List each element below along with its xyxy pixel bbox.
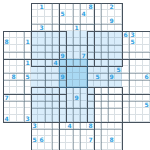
- sudoku-cell[interactable]: [94, 143, 101, 150]
- sudoku-cell[interactable]: [122, 108, 129, 115]
- sudoku-cell[interactable]: [3, 73, 10, 80]
- sudoku-cell[interactable]: [101, 17, 108, 24]
- sudoku-cell[interactable]: [17, 87, 24, 94]
- sudoku-cell[interactable]: [38, 115, 45, 122]
- sudoku-cell[interactable]: [108, 108, 115, 115]
- sudoku-cell[interactable]: [31, 136, 38, 143]
- sudoku-cell[interactable]: [122, 38, 129, 45]
- sudoku-cell[interactable]: [45, 101, 52, 108]
- sudoku-cell[interactable]: [115, 45, 122, 52]
- sudoku-cell[interactable]: [10, 115, 17, 122]
- sudoku-cell[interactable]: [59, 10, 66, 17]
- sudoku-cell[interactable]: [73, 66, 80, 73]
- sudoku-cell[interactable]: [129, 52, 136, 59]
- sudoku-cell[interactable]: [38, 143, 45, 150]
- sudoku-cell[interactable]: [143, 101, 150, 108]
- sudoku-cell[interactable]: [115, 87, 122, 94]
- sudoku-cell[interactable]: [143, 66, 150, 73]
- sudoku-cell[interactable]: [136, 94, 143, 101]
- sudoku-cell[interactable]: [136, 73, 143, 80]
- sudoku-cell[interactable]: [101, 115, 108, 122]
- sudoku-cell[interactable]: [17, 45, 24, 52]
- sudoku-cell[interactable]: [94, 45, 101, 52]
- sudoku-cell[interactable]: [45, 87, 52, 94]
- sudoku-cell[interactable]: [45, 3, 52, 10]
- sudoku-cell[interactable]: [129, 73, 136, 80]
- sudoku-cell[interactable]: [136, 31, 143, 38]
- sudoku-cell[interactable]: [59, 143, 66, 150]
- sudoku-cell[interactable]: [45, 115, 52, 122]
- sudoku-cell[interactable]: [115, 10, 122, 17]
- sudoku-cell[interactable]: [66, 17, 73, 24]
- sudoku-cell[interactable]: [94, 80, 101, 87]
- sudoku-cell[interactable]: [80, 73, 87, 80]
- sudoku-cell[interactable]: [45, 66, 52, 73]
- sudoku-cell[interactable]: [45, 10, 52, 17]
- sudoku-cell[interactable]: [66, 108, 73, 115]
- sudoku-cell[interactable]: [31, 3, 38, 10]
- sudoku-cell[interactable]: [87, 59, 94, 66]
- sudoku-cell[interactable]: [73, 45, 80, 52]
- sudoku-cell[interactable]: [108, 94, 115, 101]
- sudoku-cell[interactable]: [59, 87, 66, 94]
- sudoku-cell[interactable]: [38, 38, 45, 45]
- sudoku-cell[interactable]: [143, 73, 150, 80]
- sudoku-cell[interactable]: [101, 122, 108, 129]
- sudoku-cell[interactable]: [87, 10, 94, 17]
- sudoku-cell[interactable]: [73, 3, 80, 10]
- sudoku-cell[interactable]: [59, 115, 66, 122]
- sudoku-cell[interactable]: [52, 59, 59, 66]
- sudoku-cell[interactable]: [59, 73, 66, 80]
- sudoku-cell[interactable]: [94, 129, 101, 136]
- sudoku-cell[interactable]: [108, 73, 115, 80]
- sudoku-cell[interactable]: [136, 38, 143, 45]
- sudoku-cell[interactable]: [66, 101, 73, 108]
- sudoku-cell[interactable]: [143, 108, 150, 115]
- sudoku-cell[interactable]: [94, 115, 101, 122]
- sudoku-cell[interactable]: [24, 101, 31, 108]
- sudoku-cell[interactable]: [101, 94, 108, 101]
- sudoku-cell[interactable]: [94, 24, 101, 31]
- sudoku-cell[interactable]: [31, 45, 38, 52]
- sudoku-cell[interactable]: [45, 45, 52, 52]
- sudoku-cell[interactable]: [52, 10, 59, 17]
- sudoku-cell[interactable]: [31, 108, 38, 115]
- sudoku-cell[interactable]: [66, 115, 73, 122]
- sudoku-cell[interactable]: [87, 101, 94, 108]
- sudoku-cell[interactable]: [38, 73, 45, 80]
- sudoku-cell[interactable]: [122, 94, 129, 101]
- sudoku-cell[interactable]: [122, 52, 129, 59]
- sudoku-cell[interactable]: [59, 66, 66, 73]
- sudoku-cell[interactable]: [17, 38, 24, 45]
- sudoku-cell[interactable]: [143, 80, 150, 87]
- sudoku-cell[interactable]: [136, 101, 143, 108]
- sudoku-cell[interactable]: [3, 31, 10, 38]
- sudoku-cell[interactable]: [73, 87, 80, 94]
- sudoku-cell[interactable]: [59, 108, 66, 115]
- sudoku-cell[interactable]: [52, 108, 59, 115]
- sudoku-cell[interactable]: [38, 66, 45, 73]
- sudoku-cell[interactable]: [17, 66, 24, 73]
- sudoku-cell[interactable]: [52, 115, 59, 122]
- sudoku-cell[interactable]: [143, 115, 150, 122]
- sudoku-cell[interactable]: [17, 108, 24, 115]
- sudoku-cell[interactable]: [66, 129, 73, 136]
- sudoku-cell[interactable]: [94, 87, 101, 94]
- sudoku-cell[interactable]: [31, 101, 38, 108]
- sudoku-cell[interactable]: [108, 87, 115, 94]
- sudoku-cell[interactable]: [101, 129, 108, 136]
- sudoku-cell[interactable]: [59, 52, 66, 59]
- sudoku-cell[interactable]: [52, 101, 59, 108]
- sudoku-cell[interactable]: [24, 108, 31, 115]
- sudoku-cell[interactable]: [45, 143, 52, 150]
- sudoku-cell[interactable]: [122, 59, 129, 66]
- sudoku-cell[interactable]: [115, 108, 122, 115]
- sudoku-cell[interactable]: [129, 101, 136, 108]
- sudoku-cell[interactable]: [66, 52, 73, 59]
- sudoku-cell[interactable]: [52, 66, 59, 73]
- sudoku-cell[interactable]: [31, 17, 38, 24]
- sudoku-cell[interactable]: [45, 80, 52, 87]
- sudoku-cell[interactable]: [115, 38, 122, 45]
- sudoku-cell[interactable]: [10, 38, 17, 45]
- sudoku-cell[interactable]: [136, 66, 143, 73]
- sudoku-cell[interactable]: [136, 80, 143, 87]
- sudoku-cell[interactable]: [80, 122, 87, 129]
- sudoku-cell[interactable]: [66, 94, 73, 101]
- sudoku-cell[interactable]: [38, 45, 45, 52]
- sudoku-cell[interactable]: [136, 115, 143, 122]
- sudoku-cell[interactable]: [73, 143, 80, 150]
- sudoku-cell[interactable]: [108, 38, 115, 45]
- sudoku-cell[interactable]: [143, 59, 150, 66]
- sudoku-cell[interactable]: [115, 115, 122, 122]
- sudoku-cell[interactable]: [66, 80, 73, 87]
- sudoku-cell[interactable]: [80, 94, 87, 101]
- sudoku-cell[interactable]: [17, 94, 24, 101]
- sudoku-cell[interactable]: [45, 129, 52, 136]
- sudoku-cell[interactable]: [122, 101, 129, 108]
- sudoku-cell[interactable]: [143, 94, 150, 101]
- sudoku-cell[interactable]: [17, 101, 24, 108]
- sudoku-cell[interactable]: [101, 101, 108, 108]
- sudoku-cell[interactable]: [94, 94, 101, 101]
- sudoku-cell[interactable]: [59, 3, 66, 10]
- sudoku-cell[interactable]: [108, 24, 115, 31]
- sudoku-cell[interactable]: [59, 94, 66, 101]
- sudoku-cell[interactable]: [122, 31, 129, 38]
- sudoku-cell[interactable]: [31, 115, 38, 122]
- sudoku-cell[interactable]: [52, 24, 59, 31]
- sudoku-cell[interactable]: [17, 115, 24, 122]
- sudoku-cell[interactable]: [52, 3, 59, 10]
- sudoku-cell[interactable]: [80, 45, 87, 52]
- sudoku-cell[interactable]: [87, 115, 94, 122]
- sudoku-cell[interactable]: [129, 59, 136, 66]
- sudoku-cell[interactable]: [129, 66, 136, 73]
- sudoku-cell[interactable]: [59, 101, 66, 108]
- sudoku-cell[interactable]: [66, 10, 73, 17]
- sudoku-cell[interactable]: [45, 38, 52, 45]
- sudoku-cell[interactable]: [108, 31, 115, 38]
- sudoku-cell[interactable]: [10, 31, 17, 38]
- sudoku-cell[interactable]: [108, 52, 115, 59]
- sudoku-cell[interactable]: [38, 52, 45, 59]
- sudoku-cell[interactable]: [80, 17, 87, 24]
- sudoku-cell[interactable]: [122, 87, 129, 94]
- sudoku-cell[interactable]: [122, 80, 129, 87]
- sudoku-cell[interactable]: [38, 3, 45, 10]
- sudoku-cell[interactable]: [73, 73, 80, 80]
- sudoku-cell[interactable]: [31, 80, 38, 87]
- sudoku-cell[interactable]: [66, 59, 73, 66]
- sudoku-cell[interactable]: [136, 87, 143, 94]
- sudoku-cell[interactable]: [101, 31, 108, 38]
- sudoku-cell[interactable]: [101, 3, 108, 10]
- sudoku-cell[interactable]: [38, 10, 45, 17]
- sudoku-cell[interactable]: [122, 45, 129, 52]
- sudoku-cell[interactable]: [80, 115, 87, 122]
- sudoku-cell[interactable]: [80, 31, 87, 38]
- sudoku-cell[interactable]: [73, 59, 80, 66]
- sudoku-cell[interactable]: [87, 80, 94, 87]
- sudoku-cell[interactable]: [80, 10, 87, 17]
- sudoku-cell[interactable]: [52, 136, 59, 143]
- sudoku-cell[interactable]: [143, 38, 150, 45]
- sudoku-cell[interactable]: [3, 87, 10, 94]
- sudoku-cell[interactable]: [80, 108, 87, 115]
- sudoku-cell[interactable]: [101, 10, 108, 17]
- sudoku-cell[interactable]: [38, 31, 45, 38]
- sudoku-cell[interactable]: [45, 136, 52, 143]
- sudoku-cell[interactable]: [108, 45, 115, 52]
- sudoku-cell[interactable]: [17, 31, 24, 38]
- sudoku-cell[interactable]: [38, 129, 45, 136]
- sudoku-cell[interactable]: [94, 136, 101, 143]
- sudoku-cell[interactable]: [87, 45, 94, 52]
- sudoku-cell[interactable]: [129, 80, 136, 87]
- sudoku-cell[interactable]: [73, 38, 80, 45]
- sudoku-cell[interactable]: [10, 101, 17, 108]
- sudoku-cell[interactable]: [31, 31, 38, 38]
- sudoku-cell[interactable]: [94, 38, 101, 45]
- sudoku-cell[interactable]: [122, 66, 129, 73]
- sudoku-cell[interactable]: [115, 73, 122, 80]
- sudoku-cell[interactable]: [24, 94, 31, 101]
- sudoku-cell[interactable]: [31, 143, 38, 150]
- sudoku-cell[interactable]: [87, 24, 94, 31]
- sudoku-cell[interactable]: [3, 115, 10, 122]
- sudoku-cell[interactable]: [59, 17, 66, 24]
- sudoku-cell[interactable]: [80, 66, 87, 73]
- sudoku-cell[interactable]: [122, 73, 129, 80]
- sudoku-cell[interactable]: [80, 129, 87, 136]
- sudoku-cell[interactable]: [52, 87, 59, 94]
- sudoku-cell[interactable]: [143, 45, 150, 52]
- sudoku-cell[interactable]: [115, 136, 122, 143]
- sudoku-cell[interactable]: [52, 52, 59, 59]
- sudoku-cell[interactable]: [73, 108, 80, 115]
- sudoku-cell[interactable]: [115, 31, 122, 38]
- sudoku-cell[interactable]: [129, 38, 136, 45]
- sudoku-cell[interactable]: [3, 101, 10, 108]
- sudoku-cell[interactable]: [101, 80, 108, 87]
- sudoku-cell[interactable]: [45, 52, 52, 59]
- sudoku-cell[interactable]: [10, 52, 17, 59]
- sudoku-cell[interactable]: [115, 94, 122, 101]
- sudoku-cell[interactable]: [24, 52, 31, 59]
- sudoku-cell[interactable]: [24, 80, 31, 87]
- sudoku-cell[interactable]: [87, 87, 94, 94]
- sudoku-cell[interactable]: [24, 31, 31, 38]
- sudoku-cell[interactable]: [101, 87, 108, 94]
- sudoku-cell[interactable]: [73, 80, 80, 87]
- sudoku-cell[interactable]: [94, 52, 101, 59]
- sudoku-cell[interactable]: [59, 129, 66, 136]
- sudoku-cell[interactable]: [38, 17, 45, 24]
- sudoku-cell[interactable]: [52, 94, 59, 101]
- sudoku-cell[interactable]: [66, 87, 73, 94]
- sudoku-cell[interactable]: [108, 115, 115, 122]
- sudoku-cell[interactable]: [94, 17, 101, 24]
- sudoku-cell[interactable]: [80, 101, 87, 108]
- sudoku-cell[interactable]: [17, 73, 24, 80]
- sudoku-cell[interactable]: [101, 136, 108, 143]
- sudoku-cell[interactable]: [108, 10, 115, 17]
- sudoku-cell[interactable]: [94, 66, 101, 73]
- sudoku-cell[interactable]: [101, 59, 108, 66]
- sudoku-cell[interactable]: [45, 31, 52, 38]
- sudoku-cell[interactable]: [115, 3, 122, 10]
- sudoku-cell[interactable]: [108, 80, 115, 87]
- sudoku-cell[interactable]: [59, 24, 66, 31]
- sudoku-cell[interactable]: [24, 59, 31, 66]
- sudoku-cell[interactable]: [66, 45, 73, 52]
- sudoku-cell[interactable]: [136, 52, 143, 59]
- sudoku-cell[interactable]: [24, 73, 31, 80]
- sudoku-cell[interactable]: [115, 24, 122, 31]
- sudoku-cell[interactable]: [24, 87, 31, 94]
- sudoku-cell[interactable]: [108, 3, 115, 10]
- sudoku-cell[interactable]: [115, 52, 122, 59]
- sudoku-cell[interactable]: [73, 24, 80, 31]
- sudoku-cell[interactable]: [108, 129, 115, 136]
- sudoku-cell[interactable]: [101, 66, 108, 73]
- sudoku-cell[interactable]: [59, 80, 66, 87]
- sudoku-cell[interactable]: [115, 59, 122, 66]
- sudoku-cell[interactable]: [80, 143, 87, 150]
- sudoku-cell[interactable]: [136, 59, 143, 66]
- sudoku-cell[interactable]: [52, 80, 59, 87]
- sudoku-cell[interactable]: [87, 52, 94, 59]
- sudoku-cell[interactable]: [115, 129, 122, 136]
- sudoku-cell[interactable]: [115, 17, 122, 24]
- sudoku-cell[interactable]: [80, 80, 87, 87]
- sudoku-cell[interactable]: [24, 66, 31, 73]
- sudoku-cell[interactable]: [101, 143, 108, 150]
- sudoku-cell[interactable]: [108, 66, 115, 73]
- sudoku-cell[interactable]: [38, 80, 45, 87]
- sudoku-cell[interactable]: [115, 122, 122, 129]
- sudoku-cell[interactable]: [45, 73, 52, 80]
- sudoku-cell[interactable]: [66, 38, 73, 45]
- sudoku-cell[interactable]: [3, 94, 10, 101]
- sudoku-cell[interactable]: [101, 45, 108, 52]
- sudoku-cell[interactable]: [87, 17, 94, 24]
- sudoku-cell[interactable]: [94, 108, 101, 115]
- sudoku-cell[interactable]: [80, 87, 87, 94]
- sudoku-cell[interactable]: [73, 10, 80, 17]
- sudoku-cell[interactable]: [59, 45, 66, 52]
- sudoku-cell[interactable]: [66, 122, 73, 129]
- sudoku-cell[interactable]: [87, 136, 94, 143]
- sudoku-cell[interactable]: [10, 59, 17, 66]
- sudoku-cell[interactable]: [143, 52, 150, 59]
- sudoku-cell[interactable]: [38, 94, 45, 101]
- sudoku-cell[interactable]: [59, 136, 66, 143]
- sudoku-cell[interactable]: [45, 59, 52, 66]
- sudoku-cell[interactable]: [87, 108, 94, 115]
- sudoku-cell[interactable]: [66, 73, 73, 80]
- sudoku-cell[interactable]: [31, 87, 38, 94]
- sudoku-cell[interactable]: [73, 31, 80, 38]
- sudoku-cell[interactable]: [31, 66, 38, 73]
- sudoku-cell[interactable]: [80, 59, 87, 66]
- sudoku-cell[interactable]: [10, 94, 17, 101]
- sudoku-cell[interactable]: [87, 66, 94, 73]
- sudoku-cell[interactable]: [73, 122, 80, 129]
- sudoku-cell[interactable]: [101, 24, 108, 31]
- sudoku-cell[interactable]: [115, 143, 122, 150]
- sudoku-cell[interactable]: [24, 38, 31, 45]
- sudoku-cell[interactable]: [31, 10, 38, 17]
- sudoku-cell[interactable]: [73, 136, 80, 143]
- sudoku-cell[interactable]: [52, 122, 59, 129]
- sudoku-cell[interactable]: [38, 101, 45, 108]
- sudoku-cell[interactable]: [10, 45, 17, 52]
- sudoku-cell[interactable]: [66, 66, 73, 73]
- sudoku-cell[interactable]: [31, 94, 38, 101]
- sudoku-cell[interactable]: [143, 87, 150, 94]
- sudoku-cell[interactable]: [87, 94, 94, 101]
- sudoku-cell[interactable]: [80, 24, 87, 31]
- sudoku-cell[interactable]: [10, 87, 17, 94]
- sudoku-cell[interactable]: [38, 136, 45, 143]
- sudoku-cell[interactable]: [31, 73, 38, 80]
- sudoku-cell[interactable]: [45, 108, 52, 115]
- sudoku-cell[interactable]: [94, 101, 101, 108]
- sudoku-cell[interactable]: [87, 122, 94, 129]
- sudoku-cell[interactable]: [66, 24, 73, 31]
- sudoku-cell[interactable]: [45, 24, 52, 31]
- sudoku-cell[interactable]: [24, 45, 31, 52]
- sudoku-cell[interactable]: [73, 52, 80, 59]
- sudoku-cell[interactable]: [108, 136, 115, 143]
- sudoku-cell[interactable]: [80, 52, 87, 59]
- sudoku-cell[interactable]: [10, 73, 17, 80]
- sudoku-cell[interactable]: [94, 10, 101, 17]
- sudoku-cell[interactable]: [115, 80, 122, 87]
- sudoku-cell[interactable]: [115, 66, 122, 73]
- sudoku-cell[interactable]: [31, 129, 38, 136]
- sudoku-cell[interactable]: [115, 101, 122, 108]
- sudoku-cell[interactable]: [31, 122, 38, 129]
- sudoku-cell[interactable]: [94, 31, 101, 38]
- sudoku-cell[interactable]: [45, 94, 52, 101]
